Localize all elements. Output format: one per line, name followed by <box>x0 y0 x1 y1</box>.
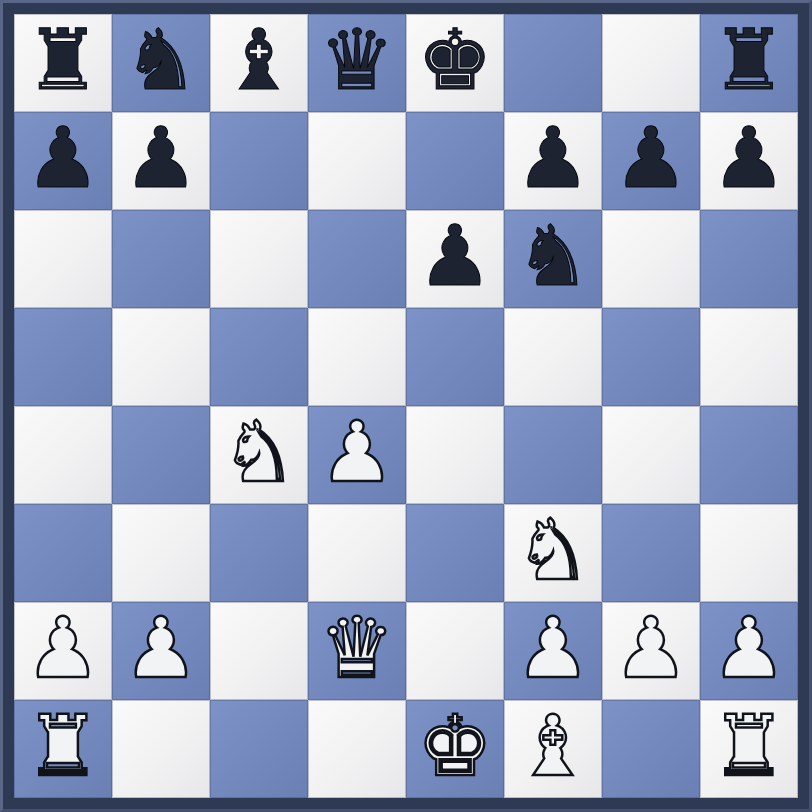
piece-white-knight[interactable]: ♞ <box>221 406 296 501</box>
piece-black-knight[interactable]: ♞ <box>515 210 590 305</box>
square-e4[interactable] <box>406 406 504 504</box>
piece-black-knight[interactable]: ♞ <box>123 14 198 109</box>
square-h7[interactable]: ♟ <box>700 112 798 210</box>
piece-white-rook[interactable]: ♜ <box>711 700 786 795</box>
piece-white-rook[interactable]: ♜ <box>25 700 100 795</box>
board-frame: ♜♞♝♛♚♜♟♟♟♟♟♟♞♞♟♞♟♟♛♟♟♟♜♚♝♜ <box>0 0 812 812</box>
square-c6[interactable] <box>210 210 308 308</box>
piece-black-pawn[interactable]: ♟ <box>417 210 492 305</box>
piece-white-knight[interactable]: ♞ <box>515 504 590 599</box>
square-f5[interactable] <box>504 308 602 406</box>
square-g8[interactable] <box>602 14 700 112</box>
square-h8[interactable]: ♜ <box>700 14 798 112</box>
piece-white-pawn[interactable]: ♟ <box>123 602 198 697</box>
piece-white-king[interactable]: ♚ <box>417 700 492 795</box>
square-a8[interactable]: ♜ <box>14 14 112 112</box>
piece-white-queen[interactable]: ♛ <box>319 602 394 697</box>
square-c8[interactable]: ♝ <box>210 14 308 112</box>
square-c5[interactable] <box>210 308 308 406</box>
piece-black-pawn[interactable]: ♟ <box>123 112 198 207</box>
square-e8[interactable]: ♚ <box>406 14 504 112</box>
square-d5[interactable] <box>308 308 406 406</box>
piece-black-king[interactable]: ♚ <box>417 14 492 109</box>
square-f2[interactable]: ♟ <box>504 602 602 700</box>
square-c7[interactable] <box>210 112 308 210</box>
square-g1[interactable] <box>602 700 700 798</box>
square-d6[interactable] <box>308 210 406 308</box>
square-h3[interactable] <box>700 504 798 602</box>
piece-black-pawn[interactable]: ♟ <box>711 112 786 207</box>
piece-black-pawn[interactable]: ♟ <box>613 112 688 207</box>
piece-white-pawn[interactable]: ♟ <box>711 602 786 697</box>
square-a4[interactable] <box>14 406 112 504</box>
square-e5[interactable] <box>406 308 504 406</box>
square-g5[interactable] <box>602 308 700 406</box>
square-d8[interactable]: ♛ <box>308 14 406 112</box>
square-f8[interactable] <box>504 14 602 112</box>
square-c2[interactable] <box>210 602 308 700</box>
square-b1[interactable] <box>112 700 210 798</box>
square-g3[interactable] <box>602 504 700 602</box>
square-f1[interactable]: ♝ <box>504 700 602 798</box>
square-a6[interactable] <box>14 210 112 308</box>
piece-white-pawn[interactable]: ♟ <box>613 602 688 697</box>
square-d4[interactable]: ♟ <box>308 406 406 504</box>
square-d2[interactable]: ♛ <box>308 602 406 700</box>
square-c1[interactable] <box>210 700 308 798</box>
square-h6[interactable] <box>700 210 798 308</box>
square-a2[interactable]: ♟ <box>14 602 112 700</box>
piece-black-rook[interactable]: ♜ <box>25 14 100 109</box>
square-e1[interactable]: ♚ <box>406 700 504 798</box>
square-b4[interactable] <box>112 406 210 504</box>
square-a7[interactable]: ♟ <box>14 112 112 210</box>
piece-white-pawn[interactable]: ♟ <box>319 406 394 501</box>
piece-white-pawn[interactable]: ♟ <box>25 602 100 697</box>
square-h1[interactable]: ♜ <box>700 700 798 798</box>
square-b8[interactable]: ♞ <box>112 14 210 112</box>
square-b3[interactable] <box>112 504 210 602</box>
piece-black-rook[interactable]: ♜ <box>711 14 786 109</box>
square-c4[interactable]: ♞ <box>210 406 308 504</box>
piece-black-pawn[interactable]: ♟ <box>515 112 590 207</box>
square-b6[interactable] <box>112 210 210 308</box>
square-g6[interactable] <box>602 210 700 308</box>
square-d7[interactable] <box>308 112 406 210</box>
piece-black-bishop[interactable]: ♝ <box>221 14 296 109</box>
square-d1[interactable] <box>308 700 406 798</box>
square-d3[interactable] <box>308 504 406 602</box>
square-b7[interactable]: ♟ <box>112 112 210 210</box>
square-b2[interactable]: ♟ <box>112 602 210 700</box>
square-a1[interactable]: ♜ <box>14 700 112 798</box>
square-h2[interactable]: ♟ <box>700 602 798 700</box>
square-a5[interactable] <box>14 308 112 406</box>
square-g4[interactable] <box>602 406 700 504</box>
chess-board: ♜♞♝♛♚♜♟♟♟♟♟♟♞♞♟♞♟♟♛♟♟♟♜♚♝♜ <box>14 14 798 798</box>
square-h5[interactable] <box>700 308 798 406</box>
square-b5[interactable] <box>112 308 210 406</box>
square-g2[interactable]: ♟ <box>602 602 700 700</box>
square-c3[interactable] <box>210 504 308 602</box>
square-f4[interactable] <box>504 406 602 504</box>
square-a3[interactable] <box>14 504 112 602</box>
piece-black-pawn[interactable]: ♟ <box>25 112 100 207</box>
square-e6[interactable]: ♟ <box>406 210 504 308</box>
square-h4[interactable] <box>700 406 798 504</box>
square-f7[interactable]: ♟ <box>504 112 602 210</box>
piece-white-pawn[interactable]: ♟ <box>515 602 590 697</box>
square-e7[interactable] <box>406 112 504 210</box>
square-g7[interactable]: ♟ <box>602 112 700 210</box>
square-e3[interactable] <box>406 504 504 602</box>
piece-black-queen[interactable]: ♛ <box>319 14 394 109</box>
square-f3[interactable]: ♞ <box>504 504 602 602</box>
piece-white-bishop[interactable]: ♝ <box>515 700 590 795</box>
square-f6[interactable]: ♞ <box>504 210 602 308</box>
square-e2[interactable] <box>406 602 504 700</box>
